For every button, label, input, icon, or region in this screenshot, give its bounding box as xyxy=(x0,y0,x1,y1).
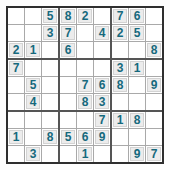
cell-r6c2[interactable]: 4 xyxy=(25,94,41,110)
cell-r9c4[interactable] xyxy=(60,146,76,162)
cell-r2c6[interactable]: 4 xyxy=(94,25,110,41)
cell-r1c1[interactable] xyxy=(8,8,24,24)
cell-r5c9[interactable]: 9 xyxy=(146,77,162,93)
cell-r6c6[interactable]: 3 xyxy=(94,94,110,110)
cell-r8c4[interactable]: 5 xyxy=(60,129,76,145)
cell-r4c4[interactable] xyxy=(60,60,76,76)
cell-r5c4[interactable] xyxy=(60,77,76,93)
cell-r1c5[interactable]: 2 xyxy=(77,8,93,24)
cell-r4c2[interactable] xyxy=(25,60,41,76)
cell-r2c5[interactable] xyxy=(77,25,93,41)
cell-r5c8[interactable] xyxy=(129,77,145,93)
cell-r9c8[interactable]: 9 xyxy=(129,146,145,162)
cell-r7c6[interactable]: 7 xyxy=(94,112,110,128)
box-2: 82746 xyxy=(60,8,110,58)
cell-r4c5[interactable] xyxy=(77,60,93,76)
cell-r1c8[interactable]: 6 xyxy=(129,8,145,24)
cell-r7c3[interactable] xyxy=(42,112,58,128)
cell-r5c5[interactable]: 7 xyxy=(77,77,93,93)
cell-r1c3[interactable]: 5 xyxy=(42,8,58,24)
cell-r3c6[interactable] xyxy=(94,42,110,58)
box-9: 1897 xyxy=(112,112,162,162)
cell-r9c7[interactable] xyxy=(112,146,128,162)
cell-r2c2[interactable] xyxy=(25,25,41,41)
cell-r7c7[interactable]: 1 xyxy=(112,112,128,128)
cell-r4c6[interactable] xyxy=(94,60,110,76)
cell-r5c7[interactable]: 8 xyxy=(112,77,128,93)
cell-r5c3[interactable] xyxy=(42,77,58,93)
cell-r1c7[interactable]: 7 xyxy=(112,8,128,24)
cell-r7c9[interactable] xyxy=(146,112,162,128)
cell-r2c4[interactable]: 7 xyxy=(60,25,76,41)
cell-r8c7[interactable] xyxy=(112,129,128,145)
cell-r6c1[interactable] xyxy=(8,94,24,110)
cell-r5c2[interactable]: 5 xyxy=(25,77,41,93)
cell-r6c9[interactable] xyxy=(146,94,162,110)
cell-r8c1[interactable]: 1 xyxy=(8,129,24,145)
cell-r7c1[interactable] xyxy=(8,112,24,128)
cell-r3c7[interactable] xyxy=(112,42,128,58)
cell-r3c8[interactable] xyxy=(129,42,145,58)
cell-r7c8[interactable]: 8 xyxy=(129,112,145,128)
cell-r2c9[interactable] xyxy=(146,25,162,41)
cell-r1c4[interactable]: 8 xyxy=(60,8,76,24)
cell-r6c4[interactable] xyxy=(60,94,76,110)
cell-r2c3[interactable]: 3 xyxy=(42,25,58,41)
cell-r8c6[interactable]: 9 xyxy=(94,129,110,145)
cell-r3c4[interactable]: 6 xyxy=(60,42,76,58)
box-5: 7683 xyxy=(60,60,110,110)
cell-r9c9[interactable]: 7 xyxy=(146,146,162,162)
cell-r4c7[interactable]: 3 xyxy=(112,60,128,76)
cell-r8c5[interactable]: 6 xyxy=(77,129,93,145)
cell-r4c3[interactable] xyxy=(42,60,58,76)
cell-r4c1[interactable]: 7 xyxy=(8,60,24,76)
cell-r3c5[interactable] xyxy=(77,42,93,58)
cell-r2c8[interactable]: 5 xyxy=(129,25,145,41)
box-3: 76258 xyxy=(112,8,162,58)
cell-r9c6[interactable] xyxy=(94,146,110,162)
cell-r6c3[interactable] xyxy=(42,94,58,110)
box-7: 183 xyxy=(8,112,58,162)
cell-r4c9[interactable] xyxy=(146,60,162,76)
cell-r9c3[interactable] xyxy=(42,146,58,162)
cell-r8c2[interactable] xyxy=(25,129,41,145)
cell-r7c5[interactable] xyxy=(77,112,93,128)
box-4: 754 xyxy=(8,60,58,110)
cell-r5c1[interactable] xyxy=(8,77,24,93)
cell-r2c7[interactable]: 2 xyxy=(112,25,128,41)
cell-r3c2[interactable]: 1 xyxy=(25,42,41,58)
cell-r1c6[interactable] xyxy=(94,8,110,24)
box-1: 5321 xyxy=(8,8,58,58)
cell-r1c9[interactable] xyxy=(146,8,162,24)
sudoku-board[interactable]: 5321 82746 76258 754 7683 3189 183 75691… xyxy=(6,6,164,164)
cell-r6c5[interactable]: 8 xyxy=(77,94,93,110)
cell-r4c8[interactable]: 1 xyxy=(129,60,145,76)
cell-r8c3[interactable]: 8 xyxy=(42,129,58,145)
cell-r7c4[interactable] xyxy=(60,112,76,128)
cell-r6c8[interactable] xyxy=(129,94,145,110)
box-8: 75691 xyxy=(60,112,110,162)
box-6: 3189 xyxy=(112,60,162,110)
cell-r3c3[interactable] xyxy=(42,42,58,58)
page: 5321 82746 76258 754 7683 3189 183 75691… xyxy=(0,0,170,170)
cell-r3c1[interactable]: 2 xyxy=(8,42,24,58)
cell-r8c8[interactable] xyxy=(129,129,145,145)
cell-r2c1[interactable] xyxy=(8,25,24,41)
cell-r9c5[interactable]: 1 xyxy=(77,146,93,162)
cell-r6c7[interactable] xyxy=(112,94,128,110)
cell-r8c9[interactable] xyxy=(146,129,162,145)
cell-r7c2[interactable] xyxy=(25,112,41,128)
cell-r5c6[interactable]: 6 xyxy=(94,77,110,93)
cell-r3c9[interactable]: 8 xyxy=(146,42,162,58)
cell-r9c2[interactable]: 3 xyxy=(25,146,41,162)
cell-r9c1[interactable] xyxy=(8,146,24,162)
cell-r1c2[interactable] xyxy=(25,8,41,24)
